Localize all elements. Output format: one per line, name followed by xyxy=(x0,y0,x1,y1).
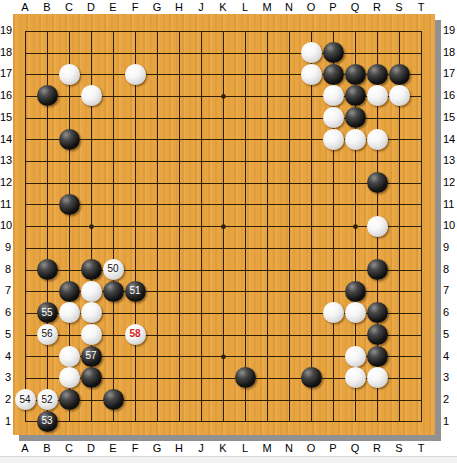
stone-black-C2 xyxy=(59,389,80,410)
row-label-right-6: 6 xyxy=(443,302,457,324)
row-label-left-1: 1 xyxy=(0,411,11,433)
stone-black-B16 xyxy=(37,85,58,106)
col-label-top-R: R xyxy=(366,0,388,14)
stone-black-P18 xyxy=(323,42,344,63)
stone-black-Q17 xyxy=(345,64,366,85)
stone-white-D16 xyxy=(81,85,102,106)
col-label-bottom-N: N xyxy=(278,441,300,455)
col-label-bottom-H: H xyxy=(168,441,190,455)
col-label-bottom-F: F xyxy=(124,441,146,455)
row-label-right-7: 7 xyxy=(443,280,457,302)
stone-black-C7 xyxy=(59,281,80,302)
col-label-bottom-O: O xyxy=(300,441,322,455)
star-point xyxy=(353,224,358,229)
row-label-right-16: 16 xyxy=(443,85,457,107)
stone-white-R10 xyxy=(367,216,388,237)
col-label-top-F: F xyxy=(124,0,146,14)
move-number: 51 xyxy=(129,286,140,296)
col-label-top-Q: Q xyxy=(344,0,366,14)
row-label-left-11: 11 xyxy=(0,194,11,216)
col-label-bottom-C: C xyxy=(58,441,80,455)
last-move-number: 58 xyxy=(129,329,140,339)
col-label-bottom-E: E xyxy=(102,441,124,455)
stone-white-Q4 xyxy=(345,346,366,367)
stone-white-Q3 xyxy=(345,367,366,388)
col-label-top-C: C xyxy=(58,0,80,14)
stone-black-D3 xyxy=(81,367,102,388)
stone-white-B5: 56 xyxy=(37,324,58,345)
col-label-top-P: P xyxy=(322,0,344,14)
row-label-right-1: 1 xyxy=(443,411,457,433)
col-label-bottom-R: R xyxy=(366,441,388,455)
col-label-top-D: D xyxy=(80,0,102,14)
col-label-bottom-A: A xyxy=(14,441,36,455)
row-label-right-12: 12 xyxy=(443,172,457,194)
row-label-left-16: 16 xyxy=(0,85,11,107)
stone-white-Q14 xyxy=(345,129,366,150)
row-label-left-19: 19 xyxy=(0,20,11,42)
stone-white-R3 xyxy=(367,367,388,388)
stone-black-P17 xyxy=(323,64,344,85)
row-label-right-18: 18 xyxy=(443,42,457,64)
row-label-left-18: 18 xyxy=(0,42,11,64)
row-label-right-5: 5 xyxy=(443,324,457,346)
move-number: 54 xyxy=(19,395,30,405)
row-label-left-15: 15 xyxy=(0,107,11,129)
row-label-right-11: 11 xyxy=(443,194,457,216)
col-label-top-T: T xyxy=(410,0,432,14)
row-label-left-10: 10 xyxy=(0,215,11,237)
stone-black-R17 xyxy=(367,64,388,85)
stone-black-R4 xyxy=(367,346,388,367)
stone-black-L3 xyxy=(235,367,256,388)
col-label-bottom-P: P xyxy=(322,441,344,455)
stone-black-Q15 xyxy=(345,107,366,128)
stone-black-F7: 51 xyxy=(125,281,146,302)
stone-black-Q7 xyxy=(345,281,366,302)
stone-black-D4: 57 xyxy=(81,346,102,367)
row-label-right-4: 4 xyxy=(443,346,457,368)
stone-white-C4 xyxy=(59,346,80,367)
row-label-left-2: 2 xyxy=(0,389,11,411)
stone-white-C17 xyxy=(59,64,80,85)
star-point xyxy=(221,94,226,99)
stone-black-O3 xyxy=(301,367,322,388)
stone-black-R8 xyxy=(367,259,388,280)
col-label-top-H: H xyxy=(168,0,190,14)
move-number: 57 xyxy=(85,351,96,361)
col-label-top-G: G xyxy=(146,0,168,14)
stone-white-F17 xyxy=(125,64,146,85)
stone-black-E2 xyxy=(103,389,124,410)
stone-white-E8: 50 xyxy=(103,259,124,280)
col-label-top-S: S xyxy=(388,0,410,14)
stone-white-O18 xyxy=(301,42,322,63)
stone-white-F5: 58 xyxy=(125,324,146,345)
row-label-left-6: 6 xyxy=(0,302,11,324)
row-label-left-17: 17 xyxy=(0,63,11,85)
row-label-right-8: 8 xyxy=(443,259,457,281)
stone-black-R5 xyxy=(367,324,388,345)
stone-black-D8 xyxy=(81,259,102,280)
star-point xyxy=(89,224,94,229)
row-label-left-14: 14 xyxy=(0,129,11,151)
col-label-top-L: L xyxy=(234,0,256,14)
col-label-top-K: K xyxy=(212,0,234,14)
stone-white-Q6 xyxy=(345,302,366,323)
row-label-right-3: 3 xyxy=(443,367,457,389)
stone-white-S16 xyxy=(389,85,410,106)
move-number: 53 xyxy=(41,416,52,426)
move-number: 52 xyxy=(41,395,52,405)
goban[interactable]: 515557535056585254 xyxy=(13,14,435,435)
col-label-top-O: O xyxy=(300,0,322,14)
col-label-bottom-Q: Q xyxy=(344,441,366,455)
col-label-top-E: E xyxy=(102,0,124,14)
star-point xyxy=(221,354,226,359)
stone-white-C3 xyxy=(59,367,80,388)
col-label-bottom-J: J xyxy=(190,441,212,455)
col-label-top-A: A xyxy=(14,0,36,14)
bottom-strip xyxy=(0,456,457,463)
stone-white-P16 xyxy=(323,85,344,106)
col-label-bottom-K: K xyxy=(212,441,234,455)
row-label-left-8: 8 xyxy=(0,259,11,281)
row-label-left-12: 12 xyxy=(0,172,11,194)
row-label-right-9: 9 xyxy=(443,237,457,259)
stone-black-R6 xyxy=(367,302,388,323)
col-label-bottom-T: T xyxy=(410,441,432,455)
col-label-bottom-M: M xyxy=(256,441,278,455)
row-label-left-9: 9 xyxy=(0,237,11,259)
stone-white-D7 xyxy=(81,281,102,302)
row-label-left-4: 4 xyxy=(0,346,11,368)
stone-white-D5 xyxy=(81,324,102,345)
stone-white-P15 xyxy=(323,107,344,128)
stone-white-B2: 52 xyxy=(37,389,58,410)
stone-white-D6 xyxy=(81,302,102,323)
stone-black-B1: 53 xyxy=(37,411,58,432)
stone-black-B8 xyxy=(37,259,58,280)
board-grid[interactable]: 515557535056585254 xyxy=(14,20,432,432)
col-label-bottom-D: D xyxy=(80,441,102,455)
row-label-right-15: 15 xyxy=(443,107,457,129)
col-label-top-J: J xyxy=(190,0,212,14)
col-label-bottom-B: B xyxy=(36,441,58,455)
row-label-left-13: 13 xyxy=(0,150,11,172)
col-label-bottom-S: S xyxy=(388,441,410,455)
col-label-top-M: M xyxy=(256,0,278,14)
row-label-left-5: 5 xyxy=(0,324,11,346)
stone-white-R14 xyxy=(367,129,388,150)
stone-black-B6: 55 xyxy=(37,302,58,323)
stone-black-C11 xyxy=(59,194,80,215)
stone-black-S17 xyxy=(389,64,410,85)
col-label-top-N: N xyxy=(278,0,300,14)
row-label-right-13: 13 xyxy=(443,150,457,172)
row-label-right-10: 10 xyxy=(443,215,457,237)
stone-white-P6 xyxy=(323,302,344,323)
stone-white-O17 xyxy=(301,64,322,85)
row-label-right-17: 17 xyxy=(443,63,457,85)
stone-black-E7 xyxy=(103,281,124,302)
stone-white-R16 xyxy=(367,85,388,106)
row-label-right-14: 14 xyxy=(443,129,457,151)
move-number: 56 xyxy=(41,329,52,339)
stone-white-P14 xyxy=(323,129,344,150)
row-label-right-19: 19 xyxy=(443,20,457,42)
stone-black-C14 xyxy=(59,129,80,150)
row-label-right-2: 2 xyxy=(443,389,457,411)
col-label-bottom-G: G xyxy=(146,441,168,455)
col-label-top-B: B xyxy=(36,0,58,14)
move-number: 55 xyxy=(41,308,52,318)
stone-black-R12 xyxy=(367,172,388,193)
stone-black-Q16 xyxy=(345,85,366,106)
col-label-bottom-L: L xyxy=(234,441,256,455)
row-label-left-7: 7 xyxy=(0,280,11,302)
stone-white-A2: 54 xyxy=(15,389,36,410)
stone-white-C6 xyxy=(59,302,80,323)
row-label-left-3: 3 xyxy=(0,367,11,389)
move-number: 50 xyxy=(107,264,118,274)
star-point xyxy=(221,224,226,229)
go-diagram-window: 515557535056585254 AABBCCDDEEFFGGHHJJKKL… xyxy=(0,0,457,463)
